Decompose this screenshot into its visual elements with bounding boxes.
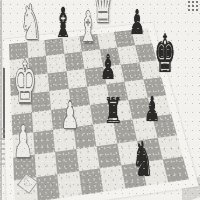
black-rook-piece-e3[interactable]: ♜ — [103, 94, 123, 129]
black-king-piece-h6[interactable]: ♚ — [154, 28, 176, 81]
black-pawn-piece-g8[interactable]: ♟ — [129, 6, 145, 40]
chessboard-photo: ♞♝♛♟♝♚♟♚♟♜♟♟♞ ♘ — [0, 0, 200, 200]
white-king-piece-a4[interactable]: ♚ — [13, 54, 36, 111]
corner-speckle-top-right — [187, 0, 199, 12]
square-c1[interactable] — [57, 171, 81, 198]
white-pawn-piece-a2[interactable]: ♟ — [13, 121, 33, 165]
border-marking-smudge — [1, 128, 5, 166]
square-h2[interactable] — [157, 135, 183, 159]
black-knight-piece-f1[interactable]: ♞ — [132, 136, 154, 184]
photo-edge-strip — [0, 0, 2, 200]
square-h1[interactable] — [162, 156, 189, 182]
logo-knight-icon: ♘ — [19, 175, 35, 191]
board-logo: ♘ — [14, 169, 39, 196]
square-c2[interactable] — [55, 149, 78, 174]
black-pawn-piece-e5[interactable]: ♟ — [100, 51, 116, 85]
white-pawn-piece-c3[interactable]: ♟ — [61, 97, 79, 133]
white-knight-piece-a8[interactable]: ♞ — [20, 0, 42, 47]
square-b1[interactable] — [36, 174, 60, 200]
square-b2[interactable] — [34, 151, 57, 177]
black-bishop-piece-c8[interactable]: ♝ — [53, 3, 73, 45]
black-pawn-piece-g3[interactable]: ♟ — [144, 93, 160, 127]
white-bishop-piece-d7[interactable]: ♝ — [78, 7, 98, 49]
square-b3[interactable] — [33, 130, 55, 154]
